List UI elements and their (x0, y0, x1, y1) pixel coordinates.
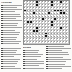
clue-text-bar (3, 16, 21, 17)
clue-text-bar (48, 66, 71, 67)
clue-text-bar (3, 25, 17, 26)
clue-text-bar (48, 59, 71, 60)
clue-text-bar (3, 59, 19, 60)
clue-text-bar (3, 66, 15, 67)
clue-text-bar (25, 52, 38, 53)
clue-section-header: DOWN (23, 46, 32, 47)
clue-column-down: DOWN (23, 46, 44, 71)
clue-line (1, 43, 22, 45)
clue-text-bar (25, 50, 39, 51)
clue-text-bar (48, 64, 65, 65)
clue-text-bar (3, 43, 19, 44)
clue-text-bar (3, 5, 21, 6)
clue-text-bar (25, 59, 37, 60)
clue-text-bar (25, 65, 38, 66)
clue-text-bar (48, 68, 62, 69)
clue-text-bar (3, 56, 14, 57)
clue-text-bar (3, 37, 17, 38)
clue-line (23, 67, 44, 69)
clue-line (1, 67, 21, 69)
clue-column-across-cont (1, 47, 21, 71)
clue-text-bar (48, 50, 62, 51)
clue-text-bar (3, 11, 15, 12)
clue-text-bar (48, 48, 71, 49)
clue-text-bar (3, 52, 16, 53)
clue-text-bar (3, 30, 15, 31)
clue-column-across: ACROSS (1, 1, 22, 45)
clue-text-bar (3, 61, 18, 62)
clue-text-bar (25, 61, 44, 62)
white-cell[interactable] (66, 41, 69, 44)
clue-text-bar (3, 23, 18, 24)
crossword-grid-cells[interactable] (24, 1, 69, 44)
clue-text-bar (3, 18, 16, 19)
clue-text-bar (3, 14, 19, 15)
clue-text-bar (3, 27, 22, 28)
clue-text-bar (48, 52, 68, 53)
clue-text-bar (25, 56, 41, 57)
clue-text-bar (3, 34, 19, 35)
clue-text-bar (48, 54, 69, 55)
clue-text-bar (25, 63, 43, 64)
clue-text-bar (3, 54, 21, 55)
clue-text-bar (3, 41, 21, 42)
clue-text-bar (25, 68, 44, 69)
clue-text-bar (48, 61, 66, 62)
clue-text-bar (25, 54, 43, 55)
clue-text-bar (3, 32, 20, 33)
clue-text-bar (3, 48, 21, 49)
clue-column-down-cont (46, 45, 71, 71)
clue-text-bar (3, 50, 17, 51)
clue-text-bar (48, 46, 64, 47)
clue-text-bar (3, 63, 17, 64)
clue-text-bar (3, 68, 20, 69)
clue-text-bar (3, 20, 22, 21)
clue-text-bar (3, 39, 16, 40)
clue-text-bar (48, 57, 63, 58)
clue-line (46, 68, 71, 70)
clue-text-bar (3, 7, 16, 8)
crossword-grid[interactable] (23, 0, 70, 45)
clue-text-bar (3, 9, 22, 10)
clue-section-header: ACROSS (1, 1, 10, 2)
crossword-page: ACROSS DOWN (0, 0, 72, 72)
